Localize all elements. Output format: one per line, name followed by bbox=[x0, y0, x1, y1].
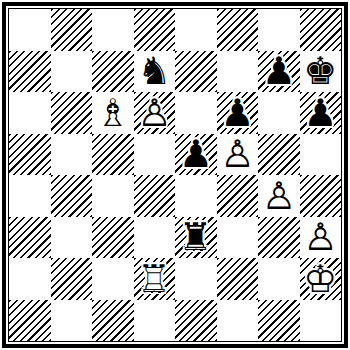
square-d3[interactable] bbox=[134, 217, 176, 259]
square-a7[interactable] bbox=[9, 51, 51, 93]
square-e6[interactable] bbox=[175, 92, 217, 134]
square-e2[interactable] bbox=[175, 258, 217, 300]
square-c7[interactable] bbox=[92, 51, 134, 93]
square-e8[interactable] bbox=[175, 9, 217, 51]
square-b8[interactable] bbox=[51, 9, 93, 51]
square-d5[interactable] bbox=[134, 134, 176, 176]
square-d1[interactable] bbox=[134, 300, 176, 342]
square-c4[interactable] bbox=[92, 175, 134, 217]
piece-glyph: ♟ bbox=[217, 92, 259, 134]
board-frame: ♞♞♟♟♚♚♝♗♟♙♟♟♟♟♟♟♟♙♟♙♜♜♟♙♜♖♚♔ bbox=[2, 2, 348, 348]
piece-white-pawn[interactable]: ♟♙ bbox=[134, 92, 176, 134]
square-c6[interactable]: ♝♗ bbox=[92, 92, 134, 134]
square-f4[interactable] bbox=[217, 175, 259, 217]
square-b3[interactable] bbox=[51, 217, 93, 259]
square-g2[interactable] bbox=[258, 258, 300, 300]
piece-black-pawn[interactable]: ♟♟ bbox=[175, 134, 217, 176]
square-f5[interactable]: ♟♙ bbox=[217, 134, 259, 176]
square-a1[interactable] bbox=[9, 300, 51, 342]
piece-glyph: ♜ bbox=[175, 217, 217, 259]
piece-glyph: ♟ bbox=[300, 92, 342, 134]
piece-black-pawn[interactable]: ♟♟ bbox=[300, 92, 342, 134]
square-c2[interactable] bbox=[92, 258, 134, 300]
square-a8[interactable] bbox=[9, 9, 51, 51]
square-c5[interactable] bbox=[92, 134, 134, 176]
square-f8[interactable] bbox=[217, 9, 259, 51]
square-a6[interactable] bbox=[9, 92, 51, 134]
square-a4[interactable] bbox=[9, 175, 51, 217]
piece-glyph: ♚ bbox=[300, 51, 342, 93]
square-g1[interactable] bbox=[258, 300, 300, 342]
square-h6[interactable]: ♟♟ bbox=[300, 92, 342, 134]
piece-glyph: ♖ bbox=[134, 258, 176, 300]
piece-black-king[interactable]: ♚♚ bbox=[300, 51, 342, 93]
piece-glyph: ♙ bbox=[300, 217, 342, 259]
square-g8[interactable] bbox=[258, 9, 300, 51]
square-b1[interactable] bbox=[51, 300, 93, 342]
square-f7[interactable] bbox=[217, 51, 259, 93]
square-g3[interactable] bbox=[258, 217, 300, 259]
piece-white-bishop[interactable]: ♝♗ bbox=[92, 92, 134, 134]
square-h4[interactable] bbox=[300, 175, 342, 217]
square-d2[interactable]: ♜♖ bbox=[134, 258, 176, 300]
square-g6[interactable] bbox=[258, 92, 300, 134]
square-f6[interactable]: ♟♟ bbox=[217, 92, 259, 134]
square-h8[interactable] bbox=[300, 9, 342, 51]
piece-glyph: ♗ bbox=[92, 92, 134, 134]
board-inner-border: ♞♞♟♟♚♚♝♗♟♙♟♟♟♟♟♟♟♙♟♙♜♜♟♙♜♖♚♔ bbox=[8, 8, 342, 342]
piece-white-pawn[interactable]: ♟♙ bbox=[300, 217, 342, 259]
square-b6[interactable] bbox=[51, 92, 93, 134]
piece-glyph: ♞ bbox=[134, 51, 176, 93]
piece-white-pawn[interactable]: ♟♙ bbox=[217, 134, 259, 176]
square-h1[interactable] bbox=[300, 300, 342, 342]
square-b5[interactable] bbox=[51, 134, 93, 176]
square-a5[interactable] bbox=[9, 134, 51, 176]
square-e3[interactable]: ♜♜ bbox=[175, 217, 217, 259]
square-e5[interactable]: ♟♟ bbox=[175, 134, 217, 176]
square-d7[interactable]: ♞♞ bbox=[134, 51, 176, 93]
square-h7[interactable]: ♚♚ bbox=[300, 51, 342, 93]
square-g7[interactable]: ♟♟ bbox=[258, 51, 300, 93]
square-c8[interactable] bbox=[92, 9, 134, 51]
piece-glyph: ♟ bbox=[258, 51, 300, 93]
piece-white-rook[interactable]: ♜♖ bbox=[134, 258, 176, 300]
square-h2[interactable]: ♚♔ bbox=[300, 258, 342, 300]
square-c1[interactable] bbox=[92, 300, 134, 342]
piece-glyph: ♙ bbox=[258, 175, 300, 217]
square-d4[interactable] bbox=[134, 175, 176, 217]
square-d8[interactable] bbox=[134, 9, 176, 51]
piece-black-knight[interactable]: ♞♞ bbox=[134, 51, 176, 93]
square-c3[interactable] bbox=[92, 217, 134, 259]
piece-white-pawn[interactable]: ♟♙ bbox=[258, 175, 300, 217]
square-h5[interactable] bbox=[300, 134, 342, 176]
square-d6[interactable]: ♟♙ bbox=[134, 92, 176, 134]
square-b4[interactable] bbox=[51, 175, 93, 217]
square-h3[interactable]: ♟♙ bbox=[300, 217, 342, 259]
piece-black-rook[interactable]: ♜♜ bbox=[175, 217, 217, 259]
piece-glyph: ♔ bbox=[300, 258, 342, 300]
chessboard: ♞♞♟♟♚♚♝♗♟♙♟♟♟♟♟♟♟♙♟♙♜♜♟♙♜♖♚♔ bbox=[9, 9, 341, 341]
piece-black-pawn[interactable]: ♟♟ bbox=[258, 51, 300, 93]
square-a2[interactable] bbox=[9, 258, 51, 300]
piece-black-pawn[interactable]: ♟♟ bbox=[217, 92, 259, 134]
square-e7[interactable] bbox=[175, 51, 217, 93]
square-a3[interactable] bbox=[9, 217, 51, 259]
square-e4[interactable] bbox=[175, 175, 217, 217]
square-b2[interactable] bbox=[51, 258, 93, 300]
square-f1[interactable] bbox=[217, 300, 259, 342]
piece-glyph: ♙ bbox=[217, 134, 259, 176]
piece-glyph: ♙ bbox=[134, 92, 176, 134]
square-f3[interactable] bbox=[217, 217, 259, 259]
square-f2[interactable] bbox=[217, 258, 259, 300]
chess-diagram: ♞♞♟♟♚♚♝♗♟♙♟♟♟♟♟♟♟♙♟♙♜♜♟♙♜♖♚♔ bbox=[0, 0, 350, 350]
piece-glyph: ♟ bbox=[175, 134, 217, 176]
square-g5[interactable] bbox=[258, 134, 300, 176]
piece-white-king[interactable]: ♚♔ bbox=[300, 258, 342, 300]
square-e1[interactable] bbox=[175, 300, 217, 342]
square-g4[interactable]: ♟♙ bbox=[258, 175, 300, 217]
square-b7[interactable] bbox=[51, 51, 93, 93]
